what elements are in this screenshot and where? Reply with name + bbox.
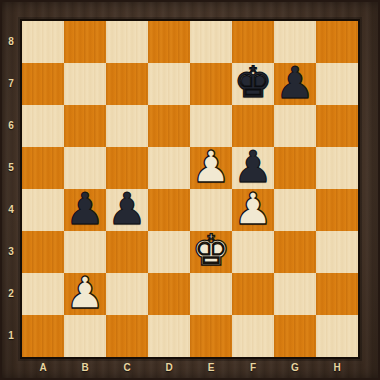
square-a2[interactable] <box>22 273 64 315</box>
square-g4[interactable] <box>274 189 316 231</box>
square-e8[interactable] <box>190 21 232 63</box>
square-a8[interactable] <box>22 21 64 63</box>
square-e7[interactable] <box>190 63 232 105</box>
rank-label-3: 3 <box>0 231 22 273</box>
square-c2[interactable] <box>106 273 148 315</box>
white-pawn-b2[interactable]: ♟ <box>65 271 104 315</box>
square-f4[interactable]: ♟ <box>232 189 274 231</box>
square-d6[interactable] <box>148 105 190 147</box>
square-g1[interactable] <box>274 315 316 357</box>
rank-label-8: 8 <box>0 21 22 63</box>
file-label-b: B <box>64 357 106 380</box>
black-pawn-b4[interactable]: ♟ <box>65 187 104 231</box>
square-b2[interactable]: ♟ <box>64 273 106 315</box>
square-c4[interactable]: ♟ <box>106 189 148 231</box>
rank-label-4: 4 <box>0 189 22 231</box>
white-king-e3[interactable]: ♚ <box>192 229 231 272</box>
square-a4[interactable] <box>22 189 64 231</box>
square-f2[interactable] <box>232 273 274 315</box>
square-g5[interactable] <box>274 147 316 189</box>
square-d8[interactable] <box>148 21 190 63</box>
square-a7[interactable] <box>22 63 64 105</box>
square-c3[interactable] <box>106 231 148 273</box>
square-h3[interactable] <box>316 231 358 273</box>
square-a5[interactable] <box>22 147 64 189</box>
square-d5[interactable] <box>148 147 190 189</box>
square-b8[interactable] <box>64 21 106 63</box>
square-g6[interactable] <box>274 105 316 147</box>
rank-label-6: 6 <box>0 105 22 147</box>
square-b1[interactable] <box>64 315 106 357</box>
square-c1[interactable] <box>106 315 148 357</box>
chess-board: ♚♟♟♟♟♟♟♚♟ <box>22 21 358 357</box>
square-c7[interactable] <box>106 63 148 105</box>
file-label-e: E <box>190 357 232 380</box>
file-label-h: H <box>316 357 358 380</box>
rank-label-2: 2 <box>0 273 22 315</box>
square-d4[interactable] <box>148 189 190 231</box>
file-label-d: D <box>148 357 190 380</box>
square-a6[interactable] <box>22 105 64 147</box>
square-h7[interactable] <box>316 63 358 105</box>
white-pawn-f4[interactable]: ♟ <box>233 187 272 231</box>
file-label-c: C <box>106 357 148 380</box>
square-b6[interactable] <box>64 105 106 147</box>
file-label-g: G <box>274 357 316 380</box>
square-h2[interactable] <box>316 273 358 315</box>
chess-board-frame: ♚♟♟♟♟♟♟♚♟ 87654321ABCDEFGH <box>0 0 380 380</box>
square-d7[interactable] <box>148 63 190 105</box>
square-e2[interactable] <box>190 273 232 315</box>
square-d3[interactable] <box>148 231 190 273</box>
square-e1[interactable] <box>190 315 232 357</box>
square-c6[interactable] <box>106 105 148 147</box>
square-f1[interactable] <box>232 315 274 357</box>
white-pawn-e5[interactable]: ♟ <box>191 145 230 189</box>
square-b4[interactable]: ♟ <box>64 189 106 231</box>
square-e5[interactable]: ♟ <box>190 147 232 189</box>
square-a1[interactable] <box>22 315 64 357</box>
file-label-a: A <box>22 357 64 380</box>
square-e3[interactable]: ♚ <box>190 231 232 273</box>
square-d1[interactable] <box>148 315 190 357</box>
square-b7[interactable] <box>64 63 106 105</box>
square-h6[interactable] <box>316 105 358 147</box>
square-h4[interactable] <box>316 189 358 231</box>
rank-label-7: 7 <box>0 63 22 105</box>
rank-label-5: 5 <box>0 147 22 189</box>
square-g7[interactable]: ♟ <box>274 63 316 105</box>
square-c8[interactable] <box>106 21 148 63</box>
square-f7[interactable]: ♚ <box>232 63 274 105</box>
square-d2[interactable] <box>148 273 190 315</box>
square-g2[interactable] <box>274 273 316 315</box>
black-pawn-c4[interactable]: ♟ <box>107 187 146 231</box>
rank-label-1: 1 <box>0 315 22 357</box>
square-g3[interactable] <box>274 231 316 273</box>
square-f3[interactable] <box>232 231 274 273</box>
square-h8[interactable] <box>316 21 358 63</box>
square-a3[interactable] <box>22 231 64 273</box>
black-pawn-g7[interactable]: ♟ <box>275 61 314 105</box>
black-king-f7[interactable]: ♚ <box>234 61 273 104</box>
square-h5[interactable] <box>316 147 358 189</box>
square-h1[interactable] <box>316 315 358 357</box>
file-label-f: F <box>232 357 274 380</box>
